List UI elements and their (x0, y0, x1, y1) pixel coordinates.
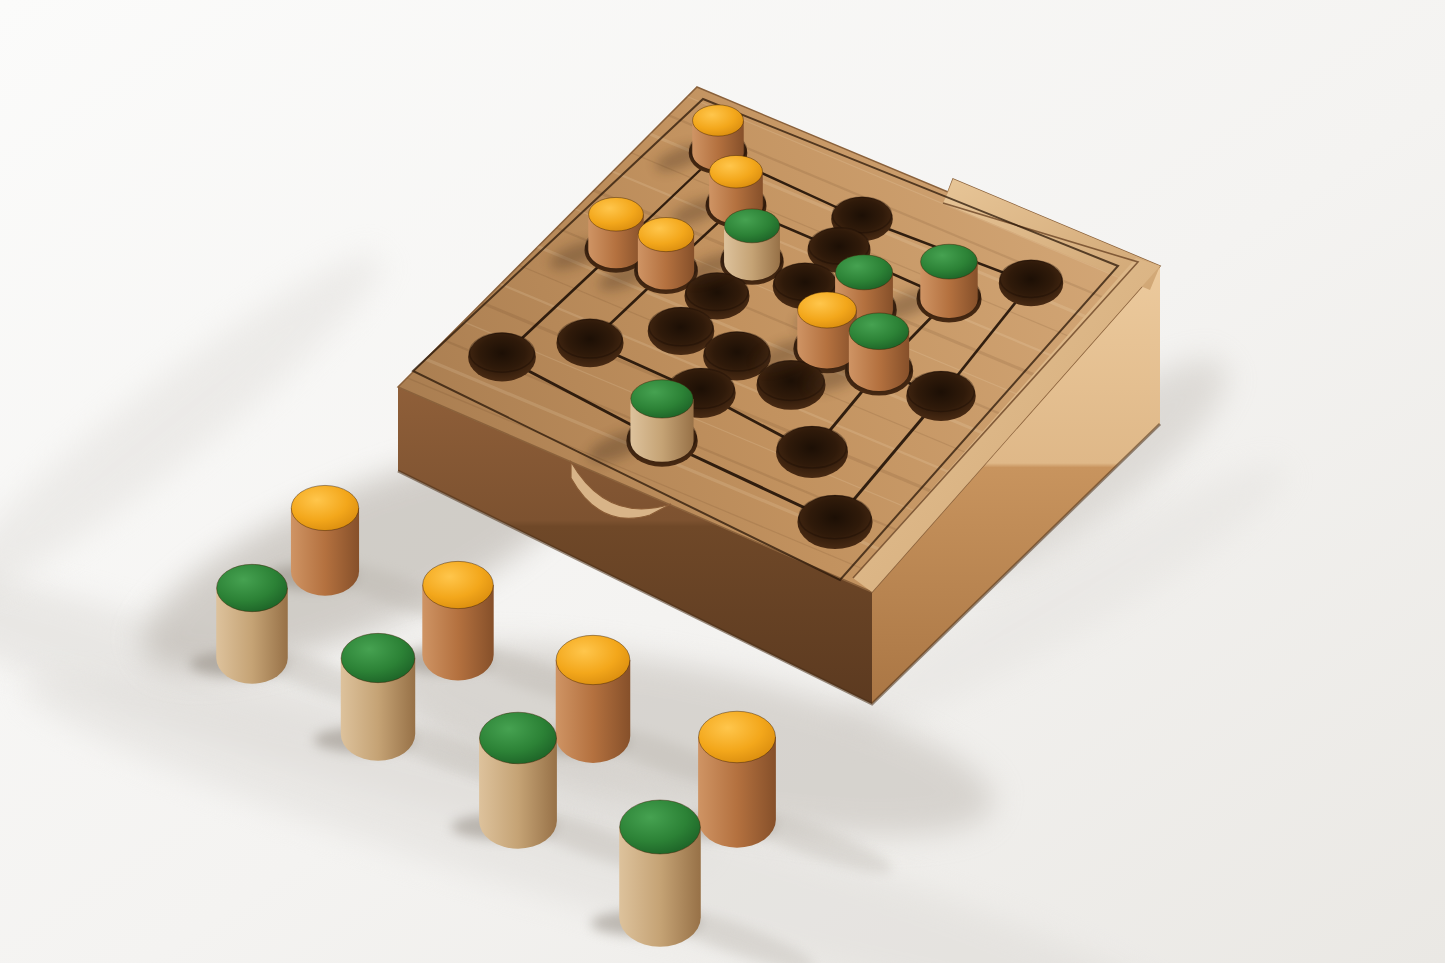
peg-yellow-b4[interactable] (638, 217, 694, 289)
nine-mens-morris-board-photo (0, 0, 1445, 963)
peg-green-off-board-4[interactable] (341, 633, 415, 760)
peg-top-yellow (423, 561, 494, 608)
peg-top-yellow (556, 635, 630, 684)
peg-top-yellow (709, 155, 762, 188)
peg-top-yellow (589, 197, 644, 231)
peg-yellow-off-board-3[interactable] (422, 561, 493, 680)
peg-green-f4[interactable] (849, 313, 909, 391)
peg-top-yellow (693, 105, 744, 136)
morris-photo-scene (0, 0, 1445, 963)
peg-top-green (479, 712, 556, 764)
peg-top-green (217, 564, 288, 611)
peg-top-green (921, 244, 978, 279)
peg-top-yellow (798, 292, 857, 328)
peg-top-green (620, 800, 701, 854)
peg-green-off-board-6[interactable] (479, 712, 557, 849)
peg-top-green (724, 209, 779, 243)
peg-top-yellow (638, 217, 694, 251)
peg-top-green (835, 255, 892, 290)
peg-green-c5[interactable] (724, 209, 780, 281)
peg-top-yellow (699, 711, 776, 763)
peg-yellow-off-board-1[interactable] (291, 485, 359, 595)
peg-green-off-board-8[interactable] (619, 800, 701, 947)
peg-top-yellow (291, 485, 358, 530)
peg-yellow-a4[interactable] (588, 197, 643, 268)
peg-top-green (631, 380, 694, 418)
peg-green-d1[interactable] (630, 380, 693, 462)
peg-green-off-board-2[interactable] (216, 564, 287, 683)
peg-top-green (849, 313, 909, 350)
peg-yellow-off-board-5[interactable] (556, 635, 631, 763)
peg-yellow-e4[interactable] (797, 292, 856, 369)
peg-yellow-off-board-7[interactable] (698, 711, 776, 847)
peg-green-f6[interactable] (920, 244, 977, 318)
peg-top-green (341, 633, 415, 682)
